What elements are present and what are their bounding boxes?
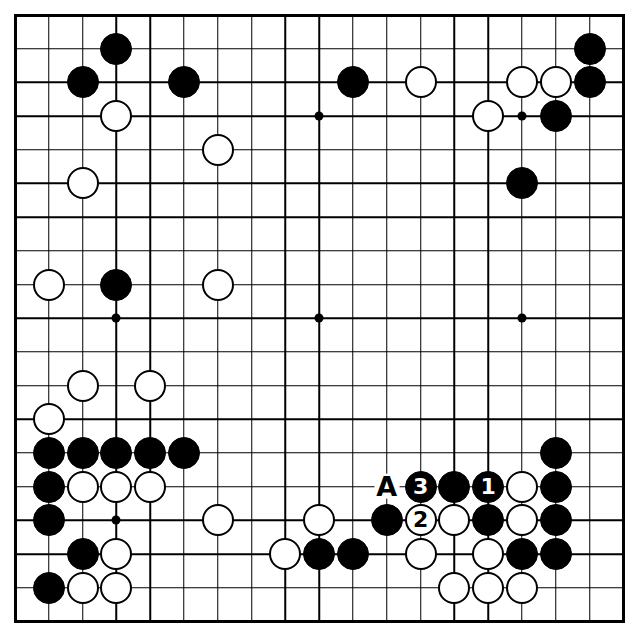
intersection	[404, 0, 438, 32]
intersection	[235, 402, 269, 436]
intersection	[268, 436, 302, 470]
intersection	[471, 167, 505, 201]
intersection	[404, 605, 438, 639]
intersection	[133, 0, 167, 32]
intersection	[539, 369, 573, 403]
intersection	[336, 234, 370, 268]
intersection	[471, 99, 505, 133]
intersection	[32, 571, 66, 605]
intersection	[573, 200, 607, 234]
intersection	[32, 66, 66, 100]
intersection	[505, 66, 539, 100]
intersection	[573, 66, 607, 100]
intersection	[0, 99, 32, 133]
white-stone	[202, 269, 234, 301]
white-stone	[472, 100, 504, 132]
intersection	[167, 537, 201, 571]
black-stone	[168, 437, 200, 469]
intersection	[268, 99, 302, 133]
intersection	[66, 605, 100, 639]
white-stone	[303, 504, 335, 536]
white-stone	[540, 66, 572, 98]
black-stone	[33, 471, 65, 503]
intersection	[302, 537, 336, 571]
intersection	[32, 537, 66, 571]
intersection	[268, 268, 302, 302]
intersection	[437, 200, 471, 234]
intersection	[66, 167, 100, 201]
intersection	[133, 32, 167, 66]
intersection	[66, 503, 100, 537]
intersection	[505, 268, 539, 302]
white-stone	[506, 504, 538, 536]
intersection	[0, 436, 32, 470]
intersection	[201, 234, 235, 268]
intersection	[539, 133, 573, 167]
intersection	[471, 402, 505, 436]
intersection: 2	[404, 503, 438, 537]
white-stone	[405, 538, 437, 570]
intersection	[201, 537, 235, 571]
intersection	[302, 369, 336, 403]
intersection	[573, 470, 607, 504]
intersection	[539, 99, 573, 133]
intersection	[133, 503, 167, 537]
intersection	[606, 66, 640, 100]
intersection	[32, 436, 66, 470]
intersection	[66, 571, 100, 605]
intersection	[0, 167, 32, 201]
black-stone	[540, 437, 572, 469]
white-stone	[134, 370, 166, 402]
intersection	[0, 0, 32, 32]
black-stone	[134, 437, 166, 469]
intersection	[370, 200, 404, 234]
intersection	[505, 32, 539, 66]
intersection	[235, 369, 269, 403]
intersection	[370, 301, 404, 335]
intersection	[471, 200, 505, 234]
intersection	[0, 335, 32, 369]
intersection	[505, 571, 539, 605]
intersection	[370, 402, 404, 436]
white-stone	[472, 538, 504, 570]
intersection	[404, 402, 438, 436]
intersection	[235, 234, 269, 268]
intersection	[201, 605, 235, 639]
intersection	[268, 301, 302, 335]
intersection	[302, 167, 336, 201]
white-stone	[472, 572, 504, 604]
intersection	[336, 335, 370, 369]
black-stone	[472, 504, 504, 536]
intersection	[437, 402, 471, 436]
intersection	[201, 369, 235, 403]
intersection	[32, 402, 66, 436]
intersection	[235, 470, 269, 504]
intersection	[404, 369, 438, 403]
black-stone	[303, 538, 335, 570]
intersection	[302, 436, 336, 470]
intersection: 3	[404, 470, 438, 504]
black-stone	[337, 66, 369, 98]
intersection	[404, 571, 438, 605]
intersection	[539, 167, 573, 201]
intersection	[539, 301, 573, 335]
black-stone	[33, 437, 65, 469]
white-stone	[438, 504, 470, 536]
intersection	[100, 99, 134, 133]
white-stone	[506, 471, 538, 503]
black-stone	[574, 66, 606, 98]
intersection	[0, 234, 32, 268]
intersection	[133, 301, 167, 335]
intersection: A	[370, 470, 404, 504]
intersection	[437, 0, 471, 32]
star-point	[315, 112, 324, 121]
intersection	[32, 200, 66, 234]
intersection	[437, 133, 471, 167]
intersection	[201, 335, 235, 369]
intersection	[539, 32, 573, 66]
intersection	[539, 200, 573, 234]
intersection	[235, 66, 269, 100]
intersection	[471, 503, 505, 537]
intersection	[539, 66, 573, 100]
intersection	[302, 301, 336, 335]
intersection	[437, 503, 471, 537]
intersection	[302, 470, 336, 504]
intersection	[404, 200, 438, 234]
intersection	[336, 503, 370, 537]
intersection	[437, 301, 471, 335]
intersection	[573, 0, 607, 32]
intersection	[404, 335, 438, 369]
intersection	[32, 268, 66, 302]
intersection	[302, 0, 336, 32]
intersection	[370, 605, 404, 639]
intersection	[100, 605, 134, 639]
intersection	[201, 436, 235, 470]
intersection	[505, 234, 539, 268]
black-stone	[67, 437, 99, 469]
intersection	[471, 0, 505, 32]
white-stone	[100, 471, 132, 503]
intersection	[201, 268, 235, 302]
intersection	[404, 167, 438, 201]
intersection	[471, 335, 505, 369]
intersection	[336, 66, 370, 100]
intersection	[437, 268, 471, 302]
intersection	[167, 369, 201, 403]
intersection	[167, 571, 201, 605]
intersection	[471, 268, 505, 302]
intersection	[539, 268, 573, 302]
intersection	[573, 402, 607, 436]
intersection	[32, 167, 66, 201]
star-point	[517, 112, 526, 121]
intersection	[100, 66, 134, 100]
intersection	[471, 301, 505, 335]
intersection	[404, 537, 438, 571]
intersection	[133, 268, 167, 302]
intersection	[66, 402, 100, 436]
intersection	[336, 369, 370, 403]
white-stone	[67, 572, 99, 604]
black-stone	[438, 471, 470, 503]
star-point	[112, 314, 121, 323]
black-stone	[100, 33, 132, 65]
white-stone	[33, 403, 65, 435]
intersection	[539, 605, 573, 639]
intersection	[66, 0, 100, 32]
intersection	[573, 268, 607, 302]
intersection	[302, 571, 336, 605]
white-stone	[67, 370, 99, 402]
intersection	[336, 0, 370, 32]
intersection	[32, 234, 66, 268]
intersection	[437, 605, 471, 639]
intersection	[606, 133, 640, 167]
black-stone	[540, 471, 572, 503]
black-stone	[371, 504, 403, 536]
intersection	[66, 301, 100, 335]
intersection	[437, 571, 471, 605]
star-point	[315, 314, 324, 323]
intersection	[471, 133, 505, 167]
intersection	[167, 301, 201, 335]
intersection	[404, 99, 438, 133]
intersection	[66, 268, 100, 302]
black-stone	[100, 437, 132, 469]
intersection	[437, 335, 471, 369]
intersection	[437, 436, 471, 470]
intersection	[235, 32, 269, 66]
intersection	[235, 605, 269, 639]
intersection	[606, 335, 640, 369]
intersection	[539, 503, 573, 537]
intersection	[606, 402, 640, 436]
star-point	[517, 314, 526, 323]
white-stone	[202, 134, 234, 166]
intersection	[32, 0, 66, 32]
intersection	[167, 200, 201, 234]
black-stone	[33, 572, 65, 604]
intersection	[0, 503, 32, 537]
intersection	[235, 503, 269, 537]
intersection	[437, 99, 471, 133]
intersection	[539, 470, 573, 504]
intersection	[302, 335, 336, 369]
intersection	[573, 335, 607, 369]
intersection	[370, 99, 404, 133]
intersection	[235, 268, 269, 302]
white-stone	[100, 100, 132, 132]
intersection	[336, 470, 370, 504]
intersection	[0, 133, 32, 167]
intersection	[32, 369, 66, 403]
intersection	[606, 0, 640, 32]
intersection	[336, 402, 370, 436]
intersection	[235, 436, 269, 470]
intersection	[404, 32, 438, 66]
intersection	[336, 200, 370, 234]
intersection	[66, 99, 100, 133]
black-stone	[337, 538, 369, 570]
intersection	[32, 470, 66, 504]
intersection	[201, 167, 235, 201]
intersection	[302, 402, 336, 436]
intersection	[404, 268, 438, 302]
intersection	[505, 537, 539, 571]
intersection	[437, 66, 471, 100]
move-number: 2	[413, 509, 428, 531]
intersection	[505, 402, 539, 436]
intersection	[437, 537, 471, 571]
intersection	[167, 470, 201, 504]
intersection	[100, 503, 134, 537]
intersection	[505, 470, 539, 504]
intersection	[606, 470, 640, 504]
intersection	[471, 369, 505, 403]
intersection	[471, 605, 505, 639]
intersection	[573, 436, 607, 470]
intersection	[100, 369, 134, 403]
intersection	[0, 537, 32, 571]
intersection	[505, 503, 539, 537]
intersection	[573, 369, 607, 403]
intersection	[336, 301, 370, 335]
intersection	[336, 268, 370, 302]
intersection	[404, 234, 438, 268]
intersection	[66, 436, 100, 470]
intersection	[201, 503, 235, 537]
intersection	[167, 402, 201, 436]
intersection	[235, 335, 269, 369]
white-stone	[100, 538, 132, 570]
intersection	[437, 234, 471, 268]
intersection	[100, 436, 134, 470]
intersection	[336, 167, 370, 201]
intersection	[66, 32, 100, 66]
intersection	[32, 503, 66, 537]
white-stone	[202, 504, 234, 536]
black-stone	[540, 100, 572, 132]
intersection	[606, 200, 640, 234]
intersection	[268, 571, 302, 605]
intersection	[167, 133, 201, 167]
intersection	[133, 605, 167, 639]
intersection	[100, 571, 134, 605]
intersection	[235, 0, 269, 32]
intersection	[336, 605, 370, 639]
intersection	[100, 402, 134, 436]
intersection	[539, 402, 573, 436]
intersection	[235, 167, 269, 201]
intersection	[268, 335, 302, 369]
intersection	[302, 200, 336, 234]
intersection	[167, 268, 201, 302]
black-stone	[574, 33, 606, 65]
intersection	[201, 200, 235, 234]
intersection	[32, 32, 66, 66]
intersection	[370, 167, 404, 201]
intersection	[573, 503, 607, 537]
intersection	[606, 537, 640, 571]
intersection	[133, 470, 167, 504]
intersection	[302, 32, 336, 66]
intersection	[573, 605, 607, 639]
intersection	[336, 537, 370, 571]
intersection	[0, 470, 32, 504]
white-stone	[134, 471, 166, 503]
intersection	[437, 369, 471, 403]
intersection	[235, 571, 269, 605]
intersection	[302, 99, 336, 133]
board-label-a: A	[374, 473, 399, 499]
intersection	[370, 0, 404, 32]
intersection	[0, 268, 32, 302]
intersection	[268, 369, 302, 403]
intersection	[336, 571, 370, 605]
intersection	[268, 32, 302, 66]
intersection	[573, 133, 607, 167]
intersection	[471, 571, 505, 605]
intersection	[100, 32, 134, 66]
intersection	[0, 66, 32, 100]
intersection	[268, 234, 302, 268]
intersection	[32, 301, 66, 335]
numbered-black-stone: 3	[405, 471, 437, 503]
intersection	[302, 234, 336, 268]
intersection	[471, 32, 505, 66]
intersection	[167, 605, 201, 639]
intersection	[505, 436, 539, 470]
intersection	[133, 99, 167, 133]
white-stone	[506, 66, 538, 98]
intersection	[268, 605, 302, 639]
intersection	[505, 0, 539, 32]
intersection	[573, 301, 607, 335]
numbered-white-stone: 2	[405, 504, 437, 536]
intersection	[336, 99, 370, 133]
intersection	[133, 66, 167, 100]
intersection	[302, 503, 336, 537]
intersection	[539, 234, 573, 268]
intersection	[539, 335, 573, 369]
intersection	[0, 402, 32, 436]
intersection	[268, 0, 302, 32]
move-number: 1	[481, 476, 496, 498]
intersection	[606, 436, 640, 470]
white-stone	[269, 538, 301, 570]
intersection	[505, 99, 539, 133]
intersection	[437, 32, 471, 66]
intersection	[268, 66, 302, 100]
intersection	[100, 301, 134, 335]
intersection	[201, 402, 235, 436]
intersection	[471, 436, 505, 470]
intersection	[167, 167, 201, 201]
intersection	[370, 234, 404, 268]
black-stone	[67, 66, 99, 98]
intersection	[404, 66, 438, 100]
intersection	[66, 335, 100, 369]
intersection	[235, 200, 269, 234]
intersection	[606, 301, 640, 335]
intersection	[573, 32, 607, 66]
white-stone	[67, 471, 99, 503]
